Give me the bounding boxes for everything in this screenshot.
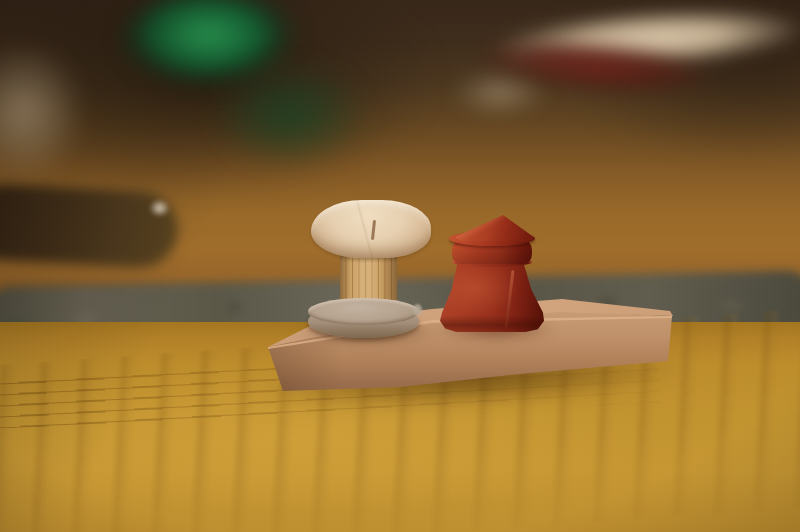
green-bokeh-tail [210, 60, 370, 170]
photo-scene [0, 0, 800, 532]
highlight-dot [149, 199, 170, 217]
blurred-wooden-piece [0, 183, 180, 270]
wood-speck [413, 304, 422, 316]
